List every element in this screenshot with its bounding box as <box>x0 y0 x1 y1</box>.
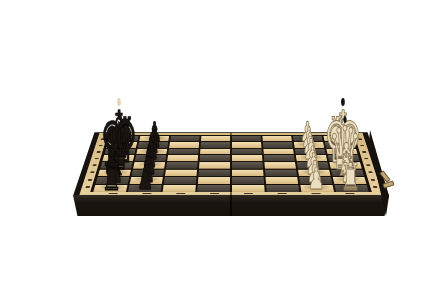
square-a5 <box>197 185 230 192</box>
square-g3 <box>263 142 293 148</box>
square-b2 <box>299 177 332 184</box>
notation-mark <box>243 193 252 194</box>
notation-mark <box>277 193 286 194</box>
notation-mark <box>96 151 100 153</box>
notation-mark <box>370 179 374 181</box>
square-d1 <box>329 162 361 168</box>
square-d5 <box>199 162 230 168</box>
square-a1 <box>334 185 368 192</box>
square-g1 <box>325 142 356 148</box>
notation-mark <box>366 164 370 166</box>
square-f8 <box>104 149 135 155</box>
board-scene <box>73 0 389 196</box>
square-e1 <box>328 155 360 161</box>
notation-mark <box>362 151 366 153</box>
square-e3 <box>264 155 295 161</box>
square-d7 <box>133 162 165 168</box>
board-front-edge <box>73 195 389 216</box>
square-c2 <box>298 170 331 176</box>
square-d2 <box>297 162 329 168</box>
notation-mark <box>364 158 368 160</box>
square-e4 <box>232 155 263 161</box>
square-g5 <box>201 142 231 148</box>
square-d8 <box>100 162 132 168</box>
square-e6 <box>167 155 198 161</box>
square-h2 <box>293 136 323 141</box>
square-b7 <box>130 177 163 184</box>
square-d3 <box>264 162 296 168</box>
square-h4 <box>232 136 261 141</box>
square-f1 <box>326 149 357 155</box>
square-a7 <box>128 185 162 192</box>
square-g8 <box>106 142 137 148</box>
square-e8 <box>102 155 134 161</box>
square-a2 <box>300 185 334 192</box>
square-h5 <box>201 136 230 141</box>
square-g2 <box>294 142 324 148</box>
square-e7 <box>135 155 166 161</box>
square-f4 <box>232 149 262 155</box>
square-e2 <box>296 155 327 161</box>
square-a6 <box>163 185 196 192</box>
square-c7 <box>131 170 164 176</box>
square-a8 <box>93 185 127 192</box>
square-c5 <box>198 170 230 176</box>
notation-mark <box>98 145 102 147</box>
notation-mark <box>94 158 98 160</box>
square-c1 <box>331 170 364 176</box>
square-g7 <box>138 142 168 148</box>
notation-mark <box>176 193 185 194</box>
notation-mark <box>87 179 91 181</box>
square-f2 <box>295 149 326 155</box>
fold-seam-top <box>230 133 232 194</box>
square-g4 <box>232 142 262 148</box>
notation-mark <box>311 193 320 194</box>
chess-board <box>73 132 389 196</box>
notation-mark <box>345 193 354 194</box>
square-g6 <box>169 142 199 148</box>
square-b8 <box>96 177 130 184</box>
square-b4 <box>232 177 264 184</box>
square-a4 <box>232 185 265 192</box>
square-f5 <box>200 149 230 155</box>
square-b6 <box>164 177 197 184</box>
square-b3 <box>266 177 299 184</box>
notation-mark <box>372 186 377 188</box>
notation-mark <box>368 171 372 173</box>
square-f3 <box>263 149 294 155</box>
square-e5 <box>200 155 231 161</box>
square-f7 <box>136 149 167 155</box>
fold-seam-front <box>230 195 232 216</box>
square-c8 <box>98 170 131 176</box>
notation-mark <box>85 186 90 188</box>
square-b1 <box>333 177 367 184</box>
square-a3 <box>266 185 299 192</box>
square-c4 <box>232 170 264 176</box>
notation-mark <box>92 164 96 166</box>
notation-mark <box>142 193 151 194</box>
square-d6 <box>166 162 198 168</box>
square-c3 <box>265 170 297 176</box>
board-frame <box>79 133 382 194</box>
square-f6 <box>168 149 199 155</box>
square-h3 <box>262 136 292 141</box>
square-h1 <box>323 136 353 141</box>
square-h8 <box>108 136 138 141</box>
notation-mark <box>100 138 104 140</box>
square-h7 <box>139 136 169 141</box>
square-c6 <box>165 170 197 176</box>
notation-mark <box>358 138 362 140</box>
square-d4 <box>232 162 263 168</box>
square-h6 <box>170 136 200 141</box>
notation-mark <box>360 145 364 147</box>
chess-set-photo: ♜♟♟♜♞♟♟♞♝♟♟♝♚♟♟♚♛♟♟♛♝♟♟♝♞♟♟♞♜♟♟♜ <box>0 0 440 297</box>
notation-mark <box>210 193 219 194</box>
square-b5 <box>198 177 230 184</box>
notation-mark <box>90 171 94 173</box>
notation-mark <box>108 193 117 194</box>
